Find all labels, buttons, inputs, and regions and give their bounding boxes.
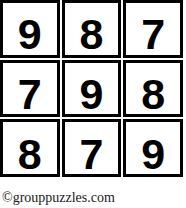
cell-r3c3: 9 bbox=[123, 119, 183, 177]
cell-digit: 7 bbox=[141, 13, 165, 56]
cell-digit: 9 bbox=[18, 13, 42, 56]
cell-digit: 8 bbox=[141, 73, 165, 116]
cell-digit: 8 bbox=[80, 13, 104, 56]
copyright-watermark: ©grouppuzzles.com bbox=[2, 190, 115, 206]
cell-r3c2: 7 bbox=[62, 119, 122, 177]
tictactoe-board: 9 8 7 7 9 8 8 7 9 bbox=[0, 0, 183, 177]
cell-r1c3: 7 bbox=[123, 0, 183, 58]
cell-r2c3: 8 bbox=[123, 60, 183, 118]
cell-r2c2: 9 bbox=[62, 60, 122, 118]
cell-digit: 9 bbox=[141, 133, 165, 176]
cell-r2c1: 7 bbox=[0, 60, 60, 118]
cell-digit: 7 bbox=[80, 133, 104, 176]
cell-digit: 8 bbox=[18, 133, 42, 176]
cell-r1c1: 9 bbox=[0, 0, 60, 58]
puzzle-page: 9 8 7 7 9 8 8 7 9 ©grouppuzzles.com bbox=[0, 0, 186, 208]
cell-digit: 7 bbox=[18, 73, 42, 116]
cell-digit: 9 bbox=[80, 73, 104, 116]
cell-r3c1: 8 bbox=[0, 119, 60, 177]
cell-r1c2: 8 bbox=[62, 0, 122, 58]
